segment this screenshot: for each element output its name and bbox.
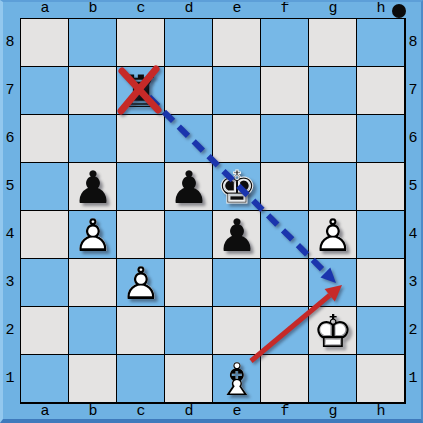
square-g6[interactable] — [309, 115, 357, 163]
file-label-top-d: d — [165, 1, 213, 17]
square-d6[interactable] — [165, 115, 213, 163]
square-f6[interactable] — [261, 115, 309, 163]
file-label-bottom-c: c — [117, 404, 165, 420]
piece-white-bishop-e1[interactable]: ♝♗ — [213, 355, 261, 403]
square-a2[interactable] — [21, 307, 69, 355]
square-h4[interactable] — [357, 211, 405, 259]
file-label-top-a: a — [21, 1, 69, 17]
rank-label-left-3: 3 — [2, 259, 18, 307]
square-d7[interactable] — [165, 67, 213, 115]
square-a3[interactable] — [21, 259, 69, 307]
square-a5[interactable] — [21, 163, 69, 211]
square-d4[interactable] — [165, 211, 213, 259]
square-e7[interactable] — [213, 67, 261, 115]
square-f3[interactable] — [261, 259, 309, 307]
black-piece-fill: ♜ — [117, 67, 165, 115]
square-d3[interactable] — [165, 259, 213, 307]
rank-label-right-6: 6 — [405, 115, 421, 163]
square-e6[interactable] — [213, 115, 261, 163]
file-label-top-c: c — [117, 1, 165, 17]
square-c6[interactable] — [117, 115, 165, 163]
black-piece-fill: ♟ — [69, 163, 117, 211]
rank-label-left-1: 1 — [2, 355, 18, 403]
white-piece-outline: ♔ — [309, 307, 357, 355]
rank-label-right-2: 2 — [405, 307, 421, 355]
square-h7[interactable] — [357, 67, 405, 115]
square-d8[interactable] — [165, 19, 213, 67]
black-piece-fill: ♟ — [213, 211, 261, 259]
square-c5[interactable] — [117, 163, 165, 211]
square-a1[interactable] — [21, 355, 69, 403]
piece-white-pawn-g4[interactable]: ♟♙ — [309, 211, 357, 259]
black-piece-fill: ♟ — [165, 163, 213, 211]
file-label-bottom-g: g — [309, 404, 357, 420]
square-b6[interactable] — [69, 115, 117, 163]
white-piece-outline: ♗ — [213, 355, 261, 403]
rank-label-left-2: 2 — [2, 307, 18, 355]
square-f1[interactable] — [261, 355, 309, 403]
piece-black-pawn-d5[interactable]: ♟ — [165, 163, 213, 211]
chess-board-frame: ♜♟♟♚♟♟♙♟♙♟♙♚♔♝♗ abcdefghabcdefgh87654321… — [0, 0, 423, 423]
rank-label-left-4: 4 — [2, 211, 18, 259]
file-label-top-f: f — [261, 1, 309, 17]
white-piece-outline: ♙ — [69, 211, 117, 259]
square-h2[interactable] — [357, 307, 405, 355]
chess-board: ♜♟♟♚♟♟♙♟♙♟♙♚♔♝♗ — [20, 18, 406, 404]
square-g1[interactable] — [309, 355, 357, 403]
file-label-bottom-f: f — [261, 404, 309, 420]
rank-label-left-8: 8 — [2, 19, 18, 67]
white-piece-outline: ♙ — [309, 211, 357, 259]
file-label-bottom-d: d — [165, 404, 213, 420]
square-b2[interactable] — [69, 307, 117, 355]
square-a4[interactable] — [21, 211, 69, 259]
square-e2[interactable] — [213, 307, 261, 355]
square-g3[interactable] — [309, 259, 357, 307]
rank-label-left-6: 6 — [2, 115, 18, 163]
square-h1[interactable] — [357, 355, 405, 403]
piece-black-pawn-b5[interactable]: ♟ — [69, 163, 117, 211]
piece-white-king-g2[interactable]: ♚♔ — [309, 307, 357, 355]
square-a8[interactable] — [21, 19, 69, 67]
square-b7[interactable] — [69, 67, 117, 115]
square-g7[interactable] — [309, 67, 357, 115]
rank-label-right-5: 5 — [405, 163, 421, 211]
rank-label-right-7: 7 — [405, 67, 421, 115]
square-f8[interactable] — [261, 19, 309, 67]
square-h6[interactable] — [357, 115, 405, 163]
white-piece-outline: ♙ — [117, 259, 165, 307]
file-label-top-e: e — [213, 1, 261, 17]
square-c2[interactable] — [117, 307, 165, 355]
file-label-top-b: b — [69, 1, 117, 17]
square-h8[interactable] — [357, 19, 405, 67]
square-a6[interactable] — [21, 115, 69, 163]
square-g5[interactable] — [309, 163, 357, 211]
rank-label-right-8: 8 — [405, 19, 421, 67]
square-f5[interactable] — [261, 163, 309, 211]
rank-label-left-7: 7 — [2, 67, 18, 115]
square-b1[interactable] — [69, 355, 117, 403]
square-c4[interactable] — [117, 211, 165, 259]
square-b3[interactable] — [69, 259, 117, 307]
square-d1[interactable] — [165, 355, 213, 403]
square-d2[interactable] — [165, 307, 213, 355]
rank-label-right-4: 4 — [405, 211, 421, 259]
black-piece-fill: ♚ — [213, 163, 261, 211]
square-h5[interactable] — [357, 163, 405, 211]
square-b8[interactable] — [69, 19, 117, 67]
file-label-bottom-e: e — [213, 404, 261, 420]
rank-label-right-1: 1 — [405, 355, 421, 403]
file-label-bottom-a: a — [21, 404, 69, 420]
piece-white-pawn-c3[interactable]: ♟♙ — [117, 259, 165, 307]
rank-label-left-5: 5 — [2, 163, 18, 211]
square-f7[interactable] — [261, 67, 309, 115]
piece-black-rook-c7[interactable]: ♜ — [117, 67, 165, 115]
rank-label-right-3: 3 — [405, 259, 421, 307]
square-c1[interactable] — [117, 355, 165, 403]
square-f2[interactable] — [261, 307, 309, 355]
square-g8[interactable] — [309, 19, 357, 67]
square-e3[interactable] — [213, 259, 261, 307]
square-e8[interactable] — [213, 19, 261, 67]
piece-black-pawn-e4[interactable]: ♟ — [213, 211, 261, 259]
piece-black-king-e5[interactable]: ♚ — [213, 163, 261, 211]
file-label-top-g: g — [309, 1, 357, 17]
piece-white-pawn-b4[interactable]: ♟♙ — [69, 211, 117, 259]
square-c8[interactable] — [117, 19, 165, 67]
board-inner: ♜♟♟♚♟♟♙♟♙♟♙♚♔♝♗ abcdefghabcdefgh87654321… — [0, 0, 423, 423]
square-f4[interactable] — [261, 211, 309, 259]
square-h3[interactable] — [357, 259, 405, 307]
file-label-bottom-h: h — [357, 404, 405, 420]
file-label-bottom-b: b — [69, 404, 117, 420]
square-a7[interactable] — [21, 67, 69, 115]
black-to-move-indicator-circle — [392, 4, 406, 18]
